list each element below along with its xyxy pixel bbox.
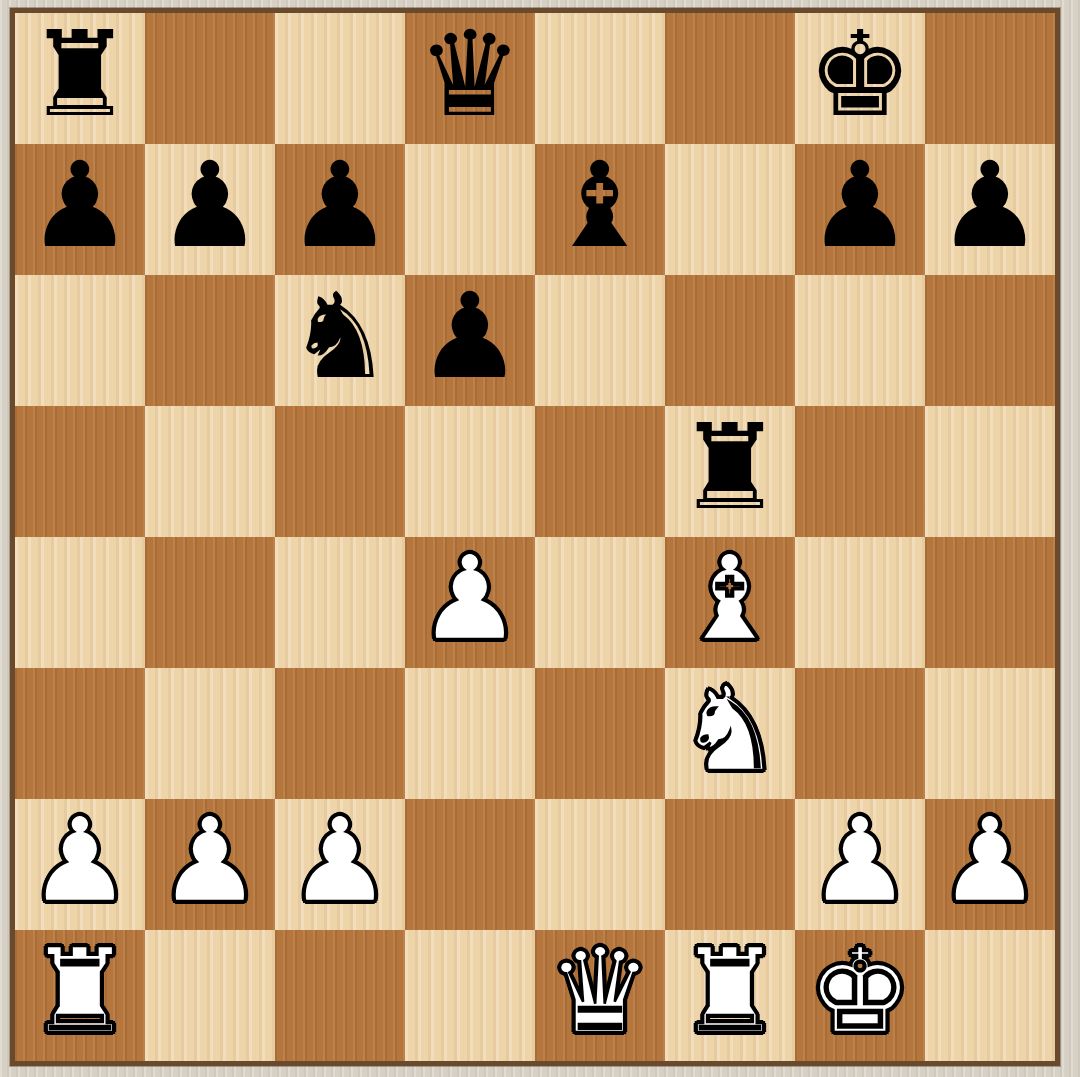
square-e2[interactable] xyxy=(535,799,665,930)
white-rook[interactable]: ♜ xyxy=(27,932,133,1050)
square-c8[interactable] xyxy=(275,13,405,144)
white-pawn[interactable]: ♟ xyxy=(27,801,133,919)
black-knight[interactable]: ♞ xyxy=(287,277,393,395)
square-g4[interactable] xyxy=(795,537,925,668)
square-a8[interactable]: ♜ xyxy=(15,13,145,144)
square-a2[interactable]: ♟ xyxy=(15,799,145,930)
square-a5[interactable] xyxy=(15,406,145,537)
square-b8[interactable] xyxy=(145,13,275,144)
black-pawn[interactable]: ♟ xyxy=(157,146,263,264)
black-pawn[interactable]: ♟ xyxy=(287,146,393,264)
square-g7[interactable]: ♟ xyxy=(795,144,925,275)
square-d2[interactable] xyxy=(405,799,535,930)
square-e6[interactable] xyxy=(535,275,665,406)
white-pawn[interactable]: ♟ xyxy=(807,801,913,919)
square-f8[interactable] xyxy=(665,13,795,144)
square-f2[interactable] xyxy=(665,799,795,930)
square-e5[interactable] xyxy=(535,406,665,537)
square-a3[interactable] xyxy=(15,668,145,799)
white-king[interactable]: ♚ xyxy=(807,932,913,1050)
square-f7[interactable] xyxy=(665,144,795,275)
square-f4[interactable]: ♝ xyxy=(665,537,795,668)
square-f1[interactable]: ♜ xyxy=(665,930,795,1061)
white-knight[interactable]: ♞ xyxy=(677,670,783,788)
square-h6[interactable] xyxy=(925,275,1055,406)
black-king[interactable]: ♚ xyxy=(807,15,913,133)
square-c7[interactable]: ♟ xyxy=(275,144,405,275)
square-c3[interactable] xyxy=(275,668,405,799)
square-c4[interactable] xyxy=(275,537,405,668)
black-rook[interactable]: ♜ xyxy=(677,408,783,526)
square-h2[interactable]: ♟ xyxy=(925,799,1055,930)
square-f3[interactable]: ♞ xyxy=(665,668,795,799)
black-pawn[interactable]: ♟ xyxy=(417,277,523,395)
black-pawn[interactable]: ♟ xyxy=(807,146,913,264)
square-b4[interactable] xyxy=(145,537,275,668)
square-g2[interactable]: ♟ xyxy=(795,799,925,930)
square-c6[interactable]: ♞ xyxy=(275,275,405,406)
square-b3[interactable] xyxy=(145,668,275,799)
square-d3[interactable] xyxy=(405,668,535,799)
square-b2[interactable]: ♟ xyxy=(145,799,275,930)
white-pawn[interactable]: ♟ xyxy=(287,801,393,919)
square-e4[interactable] xyxy=(535,537,665,668)
black-bishop[interactable]: ♝ xyxy=(547,146,653,264)
square-d1[interactable] xyxy=(405,930,535,1061)
square-d7[interactable] xyxy=(405,144,535,275)
square-h8[interactable] xyxy=(925,13,1055,144)
chess-board: ♜♛♚♟♟♟♝♟♟♞♟♜♟♝♞♟♟♟♟♟♜♛♜♚ xyxy=(10,8,1060,1066)
white-rook[interactable]: ♜ xyxy=(677,932,783,1050)
square-c1[interactable] xyxy=(275,930,405,1061)
square-e3[interactable] xyxy=(535,668,665,799)
black-pawn[interactable]: ♟ xyxy=(937,146,1043,264)
black-queen[interactable]: ♛ xyxy=(417,15,523,133)
square-d6[interactable]: ♟ xyxy=(405,275,535,406)
black-rook[interactable]: ♜ xyxy=(27,15,133,133)
square-c5[interactable] xyxy=(275,406,405,537)
square-g6[interactable] xyxy=(795,275,925,406)
white-pawn[interactable]: ♟ xyxy=(157,801,263,919)
square-d4[interactable]: ♟ xyxy=(405,537,535,668)
square-h4[interactable] xyxy=(925,537,1055,668)
square-g3[interactable] xyxy=(795,668,925,799)
square-g5[interactable] xyxy=(795,406,925,537)
square-d5[interactable] xyxy=(405,406,535,537)
white-pawn[interactable]: ♟ xyxy=(417,539,523,657)
square-a1[interactable]: ♜ xyxy=(15,930,145,1061)
square-e8[interactable] xyxy=(535,13,665,144)
white-bishop[interactable]: ♝ xyxy=(677,539,783,657)
black-pawn[interactable]: ♟ xyxy=(27,146,133,264)
square-h1[interactable] xyxy=(925,930,1055,1061)
square-h5[interactable] xyxy=(925,406,1055,537)
square-f5[interactable]: ♜ xyxy=(665,406,795,537)
square-h7[interactable]: ♟ xyxy=(925,144,1055,275)
square-d8[interactable]: ♛ xyxy=(405,13,535,144)
square-b5[interactable] xyxy=(145,406,275,537)
square-e1[interactable]: ♛ xyxy=(535,930,665,1061)
square-h3[interactable] xyxy=(925,668,1055,799)
square-g1[interactable]: ♚ xyxy=(795,930,925,1061)
square-b1[interactable] xyxy=(145,930,275,1061)
square-e7[interactable]: ♝ xyxy=(535,144,665,275)
square-b6[interactable] xyxy=(145,275,275,406)
square-a6[interactable] xyxy=(15,275,145,406)
white-pawn[interactable]: ♟ xyxy=(937,801,1043,919)
square-a7[interactable]: ♟ xyxy=(15,144,145,275)
square-c2[interactable]: ♟ xyxy=(275,799,405,930)
square-g8[interactable]: ♚ xyxy=(795,13,925,144)
white-queen[interactable]: ♛ xyxy=(547,932,653,1050)
square-a4[interactable] xyxy=(15,537,145,668)
square-f6[interactable] xyxy=(665,275,795,406)
page-background: ♜♛♚♟♟♟♝♟♟♞♟♜♟♝♞♟♟♟♟♟♜♛♜♚ xyxy=(0,0,1080,1077)
square-b7[interactable]: ♟ xyxy=(145,144,275,275)
